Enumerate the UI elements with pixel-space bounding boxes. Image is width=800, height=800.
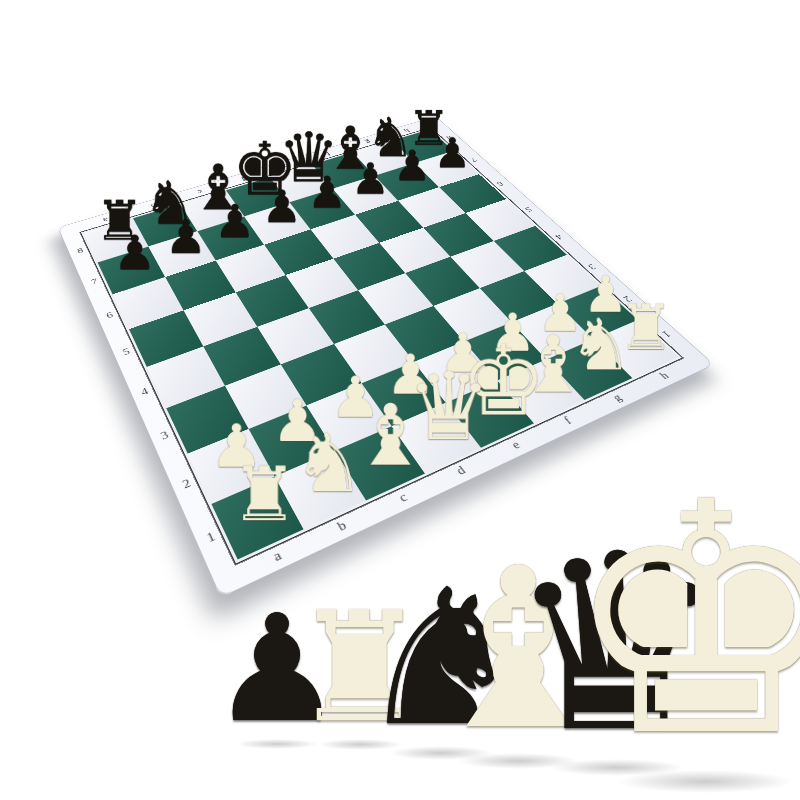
black-pawn: ♟ <box>351 158 390 201</box>
black-pawn: ♟ <box>165 214 207 261</box>
vinyl-mat: abcdefgh abcdefgh 87654321 87654321 ♜♞♝♚… <box>57 116 714 598</box>
black-pawn: ♟ <box>113 229 156 277</box>
white-rook: ♜ <box>231 456 298 531</box>
black-pawn: ♟ <box>393 145 431 187</box>
black-pawn: ♟ <box>214 199 255 245</box>
black-pawn: ♟ <box>307 171 346 215</box>
white-knight: ♞ <box>293 423 366 504</box>
board-scene: abcdefgh abcdefgh 87654321 87654321 ♜♞♝♚… <box>0 0 800 800</box>
black-pawn: ♟ <box>262 185 302 230</box>
chess-board: abcdefgh abcdefgh 87654321 87654321 ♜♞♝♚… <box>57 116 712 596</box>
square-g4 <box>450 241 524 288</box>
chess-set-product-photo: abcdefgh abcdefgh 87654321 87654321 ♜♞♝♚… <box>0 0 800 800</box>
